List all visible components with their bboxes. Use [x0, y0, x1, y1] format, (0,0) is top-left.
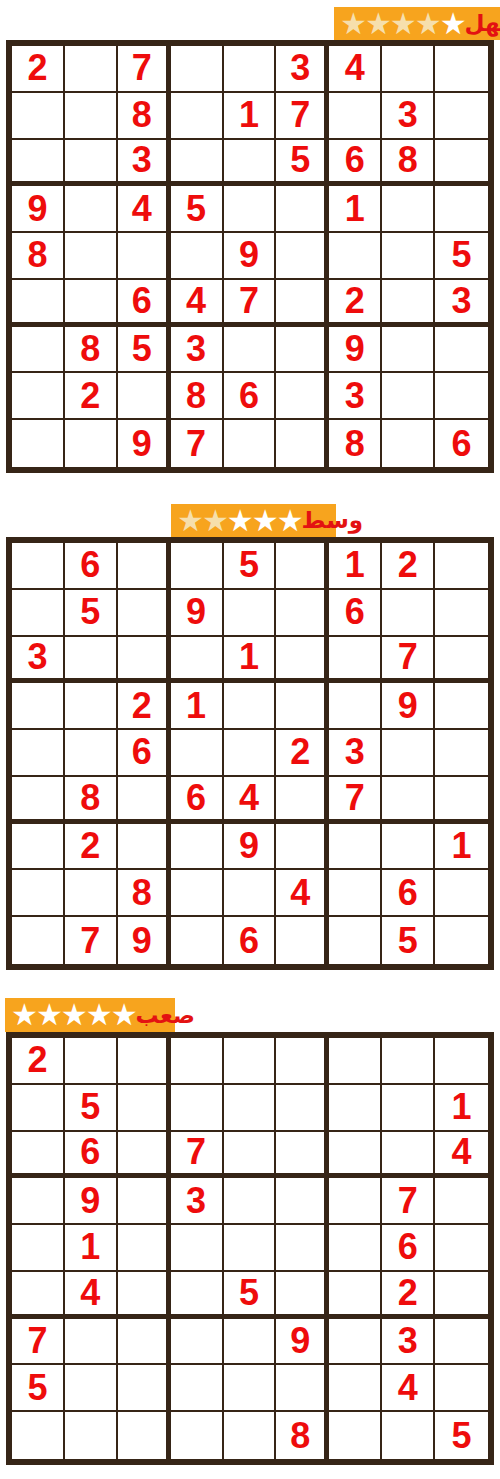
cell-r4c2: 9	[65, 1178, 118, 1225]
cell-r8c4[interactable]	[171, 870, 224, 917]
cell-r2c1[interactable]	[12, 93, 65, 140]
cell-r4c3[interactable]	[118, 1178, 171, 1225]
cell-r3c9[interactable]	[435, 637, 488, 684]
cell-r9c8[interactable]	[382, 420, 435, 467]
cell-r4c4: 3	[171, 1178, 224, 1225]
star-rating-easy: ★★★★★	[340, 9, 465, 39]
cell-r8c6[interactable]	[276, 1365, 329, 1412]
cell-r2c9: 1	[435, 1085, 488, 1132]
cell-r4c2[interactable]	[65, 186, 118, 233]
cell-r3c9[interactable]	[435, 140, 488, 187]
cell-r7c7[interactable]	[329, 1319, 382, 1366]
cell-r7c6[interactable]	[276, 824, 329, 871]
cell-r2c2: 5	[65, 1085, 118, 1132]
cell-r5c2[interactable]	[65, 233, 118, 280]
cell-r5c7[interactable]	[329, 1225, 382, 1272]
cell-r7c7: 9	[329, 327, 382, 374]
cell-r7c5[interactable]	[224, 1319, 277, 1366]
cell-r2c3[interactable]	[118, 590, 171, 637]
cell-r5c1[interactable]	[12, 1225, 65, 1272]
cell-r5c3[interactable]	[118, 233, 171, 280]
cell-r3c2: 6	[65, 1132, 118, 1179]
cell-r9c6[interactable]	[276, 420, 329, 467]
cell-r1c2: 6	[65, 543, 118, 590]
cell-r3c3: 3	[118, 140, 171, 187]
cell-r6c8: 2	[382, 1272, 435, 1319]
difficulty-banner-easy: ★★★★★ سهل	[334, 7, 500, 40]
difficulty-banner-medium: ★★★★★ وسط	[171, 504, 336, 537]
cell-r2c4[interactable]	[171, 93, 224, 140]
cell-r3c3[interactable]	[118, 637, 171, 684]
cell-r9c1[interactable]	[12, 917, 65, 964]
cell-r4c3: 2	[118, 683, 171, 730]
sudoku-grid-hard: 251674937164527935485	[6, 1032, 494, 1465]
cell-r9c8: 5	[382, 917, 435, 964]
cell-r5c5[interactable]	[224, 730, 277, 777]
cell-r7c2[interactable]	[65, 1319, 118, 1366]
cell-r3c8[interactable]	[382, 1132, 435, 1179]
cell-r7c3[interactable]	[118, 824, 171, 871]
cell-r8c8[interactable]	[382, 373, 435, 420]
cell-r2c5[interactable]	[224, 590, 277, 637]
cell-r5c1: 8	[12, 233, 65, 280]
cell-r6c5: 5	[224, 1272, 277, 1319]
cell-r9c2[interactable]	[65, 420, 118, 467]
cell-r4c9[interactable]	[435, 683, 488, 730]
cell-r7c1[interactable]	[12, 824, 65, 871]
cell-r9c2: 7	[65, 917, 118, 964]
cell-r2c7[interactable]	[329, 1085, 382, 1132]
cell-r9c1[interactable]	[12, 420, 65, 467]
cell-r2c6[interactable]	[276, 590, 329, 637]
cell-r7c9: 1	[435, 824, 488, 871]
star-rating-medium: ★★★★★	[177, 506, 302, 536]
cell-r5c2: 1	[65, 1225, 118, 1272]
cell-r8c2[interactable]	[65, 870, 118, 917]
cell-r4c3: 4	[118, 186, 171, 233]
cell-r8c8: 6	[382, 870, 435, 917]
cell-r4c8: 7	[382, 1178, 435, 1225]
star-icon: ★	[227, 506, 252, 536]
cell-r5c6[interactable]	[276, 1225, 329, 1272]
cell-r7c4: 3	[171, 327, 224, 374]
cell-r2c2[interactable]	[65, 93, 118, 140]
cell-r4c5[interactable]	[224, 1178, 277, 1225]
cell-r9c4: 7	[171, 420, 224, 467]
cell-r3c4: 7	[171, 1132, 224, 1179]
sudoku-grid-medium: 651259631721962386472918467965	[6, 537, 494, 970]
cell-r2c9[interactable]	[435, 93, 488, 140]
cell-r7c2: 8	[65, 327, 118, 374]
cell-r5c4[interactable]	[171, 233, 224, 280]
cell-r1c8[interactable]	[382, 1038, 435, 1085]
cell-r7c7[interactable]	[329, 824, 382, 871]
cell-r2c6[interactable]	[276, 1085, 329, 1132]
star-icon: ★	[177, 506, 202, 536]
cell-r6c8[interactable]	[382, 777, 435, 824]
cell-r6c2[interactable]	[65, 280, 118, 327]
cell-r5c7: 3	[329, 730, 382, 777]
cell-r6c6[interactable]	[276, 777, 329, 824]
star-rating-hard: ★★★★★	[11, 1000, 136, 1030]
cell-r8c5: 6	[224, 373, 277, 420]
cell-r4c5[interactable]	[224, 186, 277, 233]
cell-r8c2[interactable]	[65, 1365, 118, 1412]
cell-r7c1: 7	[12, 1319, 65, 1366]
cell-r1c8[interactable]	[382, 46, 435, 93]
cell-r6c7[interactable]	[329, 1272, 382, 1319]
cell-r5c6[interactable]	[276, 233, 329, 280]
cell-r6c3: 6	[118, 280, 171, 327]
cell-r2c7: 6	[329, 590, 382, 637]
cell-r8c1: 5	[12, 1365, 65, 1412]
cell-r7c1[interactable]	[12, 327, 65, 374]
cell-r9c5[interactable]	[224, 1412, 277, 1459]
cell-r3c9: 4	[435, 1132, 488, 1179]
cell-r4c7: 1	[329, 186, 382, 233]
cell-r3c4[interactable]	[171, 637, 224, 684]
cell-r7c3: 5	[118, 327, 171, 374]
cell-r7c8[interactable]	[382, 327, 435, 374]
cell-r9c7[interactable]	[329, 1412, 382, 1459]
cell-r9c6[interactable]	[276, 917, 329, 964]
cell-r7c4[interactable]	[171, 824, 224, 871]
cell-r4c4: 1	[171, 683, 224, 730]
cell-r9c5: 6	[224, 917, 277, 964]
cell-r3c8: 7	[382, 637, 435, 684]
cell-r9c4[interactable]	[171, 917, 224, 964]
cell-r3c1: 3	[12, 637, 65, 684]
cell-r5c5[interactable]	[224, 1225, 277, 1272]
cell-r1c1[interactable]	[12, 543, 65, 590]
cell-r3c5[interactable]	[224, 140, 277, 187]
cell-r2c9[interactable]	[435, 590, 488, 637]
cell-r7c2: 2	[65, 824, 118, 871]
star-icon: ★	[252, 506, 277, 536]
cell-r8c4[interactable]	[171, 1365, 224, 1412]
cell-r1c8: 2	[382, 543, 435, 590]
cell-r6c6[interactable]	[276, 280, 329, 327]
cell-r5c7[interactable]	[329, 233, 382, 280]
cell-r3c6[interactable]	[276, 637, 329, 684]
star-icon: ★	[111, 1000, 136, 1030]
cell-r5c5: 9	[224, 233, 277, 280]
cell-r1c9[interactable]	[435, 543, 488, 590]
cell-r3c5[interactable]	[224, 1132, 277, 1179]
cell-r9c3[interactable]	[118, 1412, 171, 1459]
cell-r2c8[interactable]	[382, 590, 435, 637]
cell-r3c3[interactable]	[118, 1132, 171, 1179]
cell-r5c4[interactable]	[171, 1225, 224, 1272]
cell-r4c7[interactable]	[329, 1178, 382, 1225]
cell-r5c9: 5	[435, 233, 488, 280]
cell-r3c2[interactable]	[65, 140, 118, 187]
cell-r5c8[interactable]	[382, 730, 435, 777]
cell-r5c3[interactable]	[118, 1225, 171, 1272]
cell-r1c3: 7	[118, 46, 171, 93]
cell-r4c1[interactable]	[12, 683, 65, 730]
cell-r3c8: 8	[382, 140, 435, 187]
cell-r6c4: 4	[171, 280, 224, 327]
cell-r3c7[interactable]	[329, 637, 382, 684]
cell-r1c7: 4	[329, 46, 382, 93]
cell-r6c7: 7	[329, 777, 382, 824]
cell-r9c3: 9	[118, 420, 171, 467]
cell-r7c5: 9	[224, 824, 277, 871]
cell-r8c1[interactable]	[12, 373, 65, 420]
cell-r6c1[interactable]	[12, 280, 65, 327]
cell-r7c5[interactable]	[224, 327, 277, 374]
cell-r9c5[interactable]	[224, 420, 277, 467]
cell-r1c6[interactable]	[276, 543, 329, 590]
cell-r3c7[interactable]	[329, 1132, 382, 1179]
cell-r4c6[interactable]	[276, 186, 329, 233]
cell-r6c9: 3	[435, 280, 488, 327]
cell-r1c2[interactable]	[65, 1038, 118, 1085]
cell-r2c1[interactable]	[12, 590, 65, 637]
cell-r1c3[interactable]	[118, 543, 171, 590]
cell-r5c9[interactable]	[435, 730, 488, 777]
cell-r6c2: 8	[65, 777, 118, 824]
cell-r2c5: 1	[224, 93, 277, 140]
cell-r1c1: 2	[12, 46, 65, 93]
cell-r6c6[interactable]	[276, 1272, 329, 1319]
cell-r6c9[interactable]	[435, 777, 488, 824]
cell-r5c8: 6	[382, 1225, 435, 1272]
star-icon: ★	[365, 9, 390, 39]
cell-r2c6: 7	[276, 93, 329, 140]
cell-r4c6[interactable]	[276, 683, 329, 730]
cell-r7c4[interactable]	[171, 1319, 224, 1366]
cell-r2c3: 8	[118, 93, 171, 140]
cell-r7c8[interactable]	[382, 824, 435, 871]
star-icon: ★	[202, 506, 227, 536]
cell-r5c9[interactable]	[435, 1225, 488, 1272]
cell-r4c4: 5	[171, 186, 224, 233]
cell-r4c9[interactable]	[435, 186, 488, 233]
cell-r5c6: 2	[276, 730, 329, 777]
cell-r9c6: 8	[276, 1412, 329, 1459]
cell-r2c4: 9	[171, 590, 224, 637]
cell-r9c7: 8	[329, 420, 382, 467]
cell-r1c6[interactable]	[276, 1038, 329, 1085]
cell-r6c5: 4	[224, 777, 277, 824]
difficulty-label-medium: وسط	[302, 509, 366, 532]
cell-r3c1[interactable]	[12, 140, 65, 187]
cell-r8c7: 3	[329, 373, 382, 420]
cell-r1c4[interactable]	[171, 1038, 224, 1085]
star-icon: ★	[86, 1000, 111, 1030]
cell-r1c4[interactable]	[171, 46, 224, 93]
cell-r8c4: 8	[171, 373, 224, 420]
cell-r5c4[interactable]	[171, 730, 224, 777]
cell-r3c6[interactable]	[276, 1132, 329, 1179]
cell-r7c6: 9	[276, 1319, 329, 1366]
cell-r7c8: 3	[382, 1319, 435, 1366]
cell-r2c8: 3	[382, 93, 435, 140]
star-icon: ★	[340, 9, 365, 39]
star-icon: ★	[11, 1000, 36, 1030]
cell-r8c8: 4	[382, 1365, 435, 1412]
cell-r3c4[interactable]	[171, 140, 224, 187]
cell-r4c1: 9	[12, 186, 65, 233]
cell-r2c5[interactable]	[224, 1085, 277, 1132]
cell-r1c2[interactable]	[65, 46, 118, 93]
cell-r4c1[interactable]	[12, 1178, 65, 1225]
cell-r4c9[interactable]	[435, 1178, 488, 1225]
star-icon: ★	[440, 9, 465, 39]
star-icon: ★	[277, 506, 302, 536]
cell-r7c3[interactable]	[118, 1319, 171, 1366]
cell-r9c3: 9	[118, 917, 171, 964]
cell-r3c7: 6	[329, 140, 382, 187]
cell-r9c8[interactable]	[382, 1412, 435, 1459]
cell-r3c1[interactable]	[12, 1132, 65, 1179]
star-icon: ★	[415, 9, 440, 39]
cell-r2c8[interactable]	[382, 1085, 435, 1132]
cell-r8c5[interactable]	[224, 1365, 277, 1412]
cell-r3c5: 1	[224, 637, 277, 684]
cell-r1c4[interactable]	[171, 543, 224, 590]
cell-r5c3: 6	[118, 730, 171, 777]
difficulty-label-easy: سهل	[465, 12, 500, 35]
cell-r8c3[interactable]	[118, 1365, 171, 1412]
cell-r1c9[interactable]	[435, 46, 488, 93]
cell-r4c5[interactable]	[224, 683, 277, 730]
star-icon: ★	[390, 9, 415, 39]
cell-r4c8[interactable]	[382, 186, 435, 233]
star-icon: ★	[36, 1000, 61, 1030]
cell-r6c9[interactable]	[435, 1272, 488, 1319]
puzzle-sheet: ★★★★★ سهل 273481733568945189564723853928…	[0, 0, 500, 1479]
cell-r1c5: 5	[224, 543, 277, 590]
cell-r6c4[interactable]	[171, 1272, 224, 1319]
cell-r8c5[interactable]	[224, 870, 277, 917]
cell-r9c1[interactable]	[12, 1412, 65, 1459]
cell-r1c1: 2	[12, 1038, 65, 1085]
cell-r9c9: 5	[435, 1412, 488, 1459]
cell-r5c1[interactable]	[12, 730, 65, 777]
cell-r8c6: 4	[276, 870, 329, 917]
cell-r2c2: 5	[65, 590, 118, 637]
star-icon: ★	[61, 1000, 86, 1030]
cell-r2c3[interactable]	[118, 1085, 171, 1132]
cell-r4c8: 9	[382, 683, 435, 730]
cell-r1c3[interactable]	[118, 1038, 171, 1085]
cell-r6c2: 4	[65, 1272, 118, 1319]
cell-r3c2[interactable]	[65, 637, 118, 684]
cell-r8c7[interactable]	[329, 870, 382, 917]
cell-r6c5: 7	[224, 280, 277, 327]
cell-r8c9[interactable]	[435, 870, 488, 917]
cell-r8c1[interactable]	[12, 870, 65, 917]
cell-r6c4: 6	[171, 777, 224, 824]
cell-r6c1[interactable]	[12, 1272, 65, 1319]
cell-r1c5[interactable]	[224, 1038, 277, 1085]
cell-r5c2[interactable]	[65, 730, 118, 777]
cell-r1c7: 1	[329, 543, 382, 590]
cell-r8c2: 2	[65, 373, 118, 420]
cell-r9c2[interactable]	[65, 1412, 118, 1459]
cell-r4c2[interactable]	[65, 683, 118, 730]
cell-r4c6[interactable]	[276, 1178, 329, 1225]
cell-r1c7[interactable]	[329, 1038, 382, 1085]
cell-r1c9[interactable]	[435, 1038, 488, 1085]
cell-r6c3[interactable]	[118, 1272, 171, 1319]
cell-r4c7[interactable]	[329, 683, 382, 730]
cell-r7c9[interactable]	[435, 327, 488, 374]
cell-r6c8[interactable]	[382, 280, 435, 327]
cell-r9c9[interactable]	[435, 917, 488, 964]
cell-r2c7[interactable]	[329, 93, 382, 140]
cell-r8c7[interactable]	[329, 1365, 382, 1412]
cell-r8c3: 8	[118, 870, 171, 917]
cell-r3c6: 5	[276, 140, 329, 187]
cell-r8c9[interactable]	[435, 1365, 488, 1412]
cell-r7c6[interactable]	[276, 327, 329, 374]
cell-r1c5[interactable]	[224, 46, 277, 93]
cell-r8c6[interactable]	[276, 373, 329, 420]
sudoku-grid-easy: 273481733568945189564723853928639786	[6, 40, 494, 473]
cell-r5c8[interactable]	[382, 233, 435, 280]
cell-r2c1[interactable]	[12, 1085, 65, 1132]
cell-r9c7[interactable]	[329, 917, 382, 964]
cell-r9c4[interactable]	[171, 1412, 224, 1459]
difficulty-label-hard: صعب	[136, 1004, 198, 1027]
cell-r8c9[interactable]	[435, 373, 488, 420]
cell-r6c7: 2	[329, 280, 382, 327]
cell-r6c3[interactable]	[118, 777, 171, 824]
cell-r1c6: 3	[276, 46, 329, 93]
cell-r9c9: 6	[435, 420, 488, 467]
cell-r6c1[interactable]	[12, 777, 65, 824]
cell-r7c9[interactable]	[435, 1319, 488, 1366]
cell-r2c4[interactable]	[171, 1085, 224, 1132]
difficulty-banner-hard: ★★★★★ صعب	[5, 998, 175, 1032]
cell-r8c3[interactable]	[118, 373, 171, 420]
